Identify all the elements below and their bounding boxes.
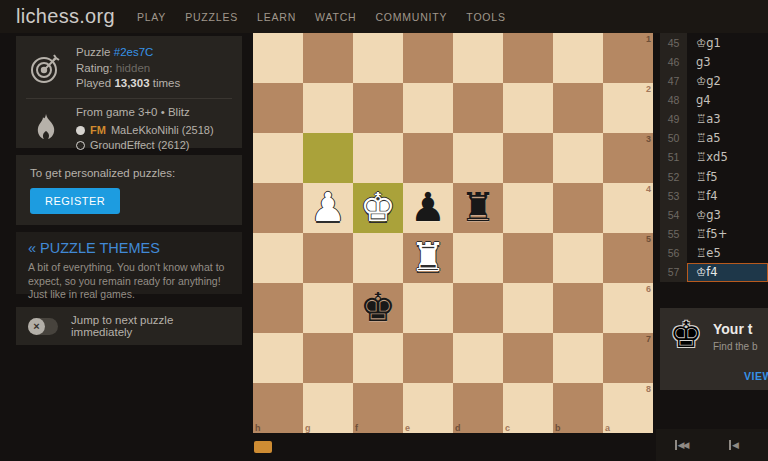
nav-item-puzzles[interactable]: PUZZLES	[185, 11, 238, 23]
register-prompt: To get personalized puzzles:	[30, 167, 228, 179]
nav-item-watch[interactable]: WATCH	[315, 11, 356, 23]
square-h2[interactable]	[253, 83, 303, 133]
square-f3[interactable]	[353, 133, 403, 183]
top-nav: lichess.org PLAYPUZZLESLEARNWATCHCOMMUNI…	[0, 0, 768, 33]
rank-label: 5	[646, 234, 651, 244]
rating-value: hidden	[116, 62, 151, 74]
puzzle-id-link[interactable]: #2es7C	[114, 46, 154, 58]
move-number: 50	[660, 129, 687, 148]
source-game-meta: From game 3+0 • Blitz FMMaLeKkoNihli (25…	[76, 105, 214, 154]
nav-item-tools[interactable]: TOOLS	[466, 11, 505, 23]
white-rook[interactable]: ♜	[403, 231, 453, 281]
lichess-logo[interactable]: lichess.org	[16, 5, 115, 28]
square-f1[interactable]	[353, 33, 403, 83]
square-f8[interactable]: f	[353, 383, 403, 433]
move-san[interactable]: g4	[687, 90, 768, 109]
register-button[interactable]: REGISTER	[30, 188, 120, 214]
move-number: 57	[660, 263, 687, 282]
jump-toggle-panel: × Jump to next puzzle immediately	[16, 307, 242, 345]
square-a5[interactable]: 5	[603, 233, 653, 283]
square-c8[interactable]: c	[503, 383, 553, 433]
puzzle-meta: Puzzle #2es7C Rating: hidden Played 13,3…	[76, 45, 180, 92]
move-row[interactable]: 56♖e5	[660, 244, 768, 263]
square-b7[interactable]	[553, 333, 603, 383]
square-d3[interactable]	[453, 133, 503, 183]
square-g5[interactable]	[303, 233, 353, 283]
square-d2[interactable]	[453, 83, 503, 133]
square-f7[interactable]	[353, 333, 403, 383]
square-g4[interactable]: ♟	[303, 183, 353, 233]
rank-label: 7	[646, 334, 651, 344]
square-c7[interactable]	[503, 333, 553, 383]
move-row[interactable]: 53♖f4	[660, 186, 768, 205]
move-san[interactable]: ♖a3	[687, 110, 768, 129]
first-move-button[interactable]: ◀◀	[656, 440, 708, 450]
move-san[interactable]: ♔g3	[687, 205, 768, 224]
nav-item-play[interactable]: PLAY	[137, 11, 166, 23]
square-h4[interactable]	[253, 183, 303, 233]
file-label: c	[505, 423, 510, 433]
square-d1[interactable]	[453, 33, 503, 83]
square-a2[interactable]: 2	[603, 83, 653, 133]
square-c2[interactable]	[503, 83, 553, 133]
square-a7[interactable]: 7	[603, 333, 653, 383]
move-san[interactable]: ♖xd5	[687, 148, 768, 167]
puzzle-themes-link[interactable]: « PUZZLE THEMES	[28, 240, 230, 256]
rank-label: 2	[646, 84, 651, 94]
file-label: f	[355, 423, 358, 433]
square-g1[interactable]	[303, 33, 353, 83]
square-e5[interactable]: ♜	[403, 233, 453, 283]
square-a1[interactable]: 1	[603, 33, 653, 83]
square-a3[interactable]: 3	[603, 133, 653, 183]
move-san[interactable]: ♔g1	[687, 33, 768, 52]
nav-item-community[interactable]: COMMUNITY	[375, 11, 447, 23]
move-san[interactable]: ♖f5	[687, 167, 768, 186]
previous-move-button[interactable]: ◀	[708, 440, 760, 450]
square-g2[interactable]	[303, 83, 353, 133]
square-c5[interactable]	[503, 233, 553, 283]
move-row[interactable]: 54♔g3	[660, 205, 768, 224]
jump-toggle-switch[interactable]: ×	[28, 318, 58, 335]
player-line[interactable]: GroundEffect (2612)	[76, 138, 214, 153]
square-a4[interactable]: 4	[603, 183, 653, 233]
themes-description: A bit of everything. You don't know what…	[28, 261, 230, 302]
player-line[interactable]: FMMaLeKkoNihli (2518)	[76, 123, 214, 138]
replay-controls: ◀◀ ◀	[656, 429, 768, 461]
rank-label: 8	[646, 384, 651, 394]
move-row[interactable]: 55♖f5+	[660, 224, 768, 243]
white-pawn[interactable]: ♟	[303, 181, 353, 231]
square-d7[interactable]	[453, 333, 503, 383]
file-label: a	[605, 423, 610, 433]
move-number: 56	[660, 244, 687, 263]
square-g7[interactable]	[303, 333, 353, 383]
move-san[interactable]: ♔f4	[687, 263, 768, 282]
rank-label: 1	[646, 34, 651, 44]
puzzle-info-row: Puzzle #2es7C Rating: hidden Played 13,3…	[26, 45, 232, 92]
square-d4[interactable]: ♜	[453, 183, 503, 233]
panel-divider	[26, 98, 232, 99]
square-b1[interactable]	[553, 33, 603, 83]
played-count: 13,303	[114, 77, 149, 89]
square-h1[interactable]	[253, 33, 303, 83]
square-e4[interactable]: ♟	[403, 183, 453, 233]
nav-menu: PLAYPUZZLESLEARNWATCHCOMMUNITYTOOLS	[137, 11, 506, 23]
move-number: 55	[660, 224, 687, 243]
player-name: GroundEffect (2612)	[90, 138, 189, 153]
move-number: 49	[660, 110, 687, 129]
square-f2[interactable]	[353, 83, 403, 133]
move-row[interactable]: 47♔g2	[660, 71, 768, 90]
jump-toggle-label: Jump to next puzzle immediately	[71, 314, 230, 338]
rating-label: Rating:	[76, 62, 112, 74]
register-panel: To get personalized puzzles: REGISTER	[16, 155, 242, 225]
square-e8[interactable]: e	[403, 383, 453, 433]
move-san[interactable]: ♖a5	[687, 129, 768, 148]
move-san[interactable]: ♖f4	[687, 186, 768, 205]
your-turn-title: Your t	[713, 321, 752, 337]
move-number: 48	[660, 90, 687, 109]
square-b5[interactable]	[553, 233, 603, 283]
rank-label: 4	[646, 184, 651, 194]
move-number: 54	[660, 205, 687, 224]
square-h7[interactable]	[253, 333, 303, 383]
square-f4[interactable]: ♚	[353, 183, 403, 233]
puzzle-label: Puzzle	[76, 46, 111, 58]
square-b2[interactable]	[553, 83, 603, 133]
square-a8[interactable]: a8	[603, 383, 653, 433]
black-pawn[interactable]: ♟	[403, 181, 453, 231]
nav-item-learn[interactable]: LEARN	[257, 11, 296, 23]
square-f5[interactable]	[353, 233, 403, 283]
move-number: 47	[660, 71, 687, 90]
square-a6[interactable]: 6	[603, 283, 653, 333]
view-solution-link[interactable]: VIEW	[744, 370, 768, 382]
square-d5[interactable]	[453, 233, 503, 283]
move-san[interactable]: g3	[687, 52, 768, 71]
move-san[interactable]: ♖e5	[687, 244, 768, 263]
move-number: 53	[660, 186, 687, 205]
file-label: g	[305, 423, 311, 433]
black-player-icon	[76, 141, 85, 150]
move-number: 46	[660, 52, 687, 71]
move-row[interactable]: 46g3	[660, 52, 768, 71]
move-number: 52	[660, 167, 687, 186]
played-suffix: times	[153, 77, 180, 89]
square-b4[interactable]	[553, 183, 603, 233]
file-label: e	[405, 423, 410, 433]
square-h8[interactable]: h	[253, 383, 303, 433]
file-label: d	[455, 423, 461, 433]
square-h3[interactable]	[253, 133, 303, 183]
player-title: FM	[90, 123, 106, 138]
square-e1[interactable]	[403, 33, 453, 83]
target-icon	[26, 51, 66, 85]
file-label: h	[255, 423, 261, 433]
square-f6[interactable]: ♚	[353, 283, 403, 333]
square-g6[interactable]	[303, 283, 353, 333]
move-row[interactable]: 52♖f5	[660, 167, 768, 186]
square-b8[interactable]: b	[553, 383, 603, 433]
square-e2[interactable]	[403, 83, 453, 133]
square-h5[interactable]	[253, 233, 303, 283]
source-game-line[interactable]: From game 3+0 • Blitz	[76, 105, 214, 121]
square-g3[interactable]	[303, 133, 353, 183]
square-c6[interactable]	[503, 283, 553, 333]
square-b6[interactable]	[553, 283, 603, 333]
players-list: FMMaLeKkoNihli (2518)GroundEffect (2612)	[76, 123, 214, 153]
move-row[interactable]: 49♖a3	[660, 110, 768, 129]
player-name: MaLeKkoNihli (2518)	[111, 123, 214, 138]
played-label: Played	[76, 77, 111, 89]
square-c1[interactable]	[503, 33, 553, 83]
rank-label: 6	[646, 284, 651, 294]
square-h6[interactable]	[253, 283, 303, 333]
move-san[interactable]: ♖f5+	[687, 224, 768, 243]
white-king[interactable]: ♚	[353, 181, 403, 231]
square-e3[interactable]	[403, 133, 453, 183]
your-turn-panel: ♚ Your t Find the b VIEW	[660, 308, 768, 390]
black-rook[interactable]: ♜	[453, 181, 503, 231]
themes-panel: « PUZZLE THEMES A bit of everything. You…	[16, 232, 242, 294]
move-row[interactable]: 48g4	[660, 90, 768, 109]
blitz-flame-icon	[26, 113, 66, 145]
square-c4[interactable]	[503, 183, 553, 233]
puzzle-info-panel: Puzzle #2es7C Rating: hidden Played 13,3…	[16, 36, 242, 148]
black-king[interactable]: ♚	[353, 281, 403, 331]
rank-label: 3	[646, 134, 651, 144]
move-row[interactable]: 50♖a5	[660, 129, 768, 148]
move-row-current[interactable]: 57♔f4	[660, 263, 768, 282]
toggle-knob-icon: ×	[28, 318, 45, 335]
white-player-icon	[76, 126, 85, 135]
move-row[interactable]: 51♖xd5	[660, 148, 768, 167]
square-d6[interactable]	[453, 283, 503, 333]
square-e6[interactable]	[403, 283, 453, 333]
file-label: b	[555, 423, 561, 433]
move-list: 45♔g146g347♔g248g449♖a350♖a551♖xd552♖f55…	[660, 33, 768, 282]
square-d8[interactable]: d	[453, 383, 503, 433]
move-san[interactable]: ♔g2	[687, 71, 768, 90]
square-c3[interactable]	[503, 133, 553, 183]
move-number: 45	[660, 33, 687, 52]
black-king-icon: ♚	[670, 317, 702, 353]
progress-chip[interactable]	[254, 441, 272, 453]
square-g8[interactable]: g	[303, 383, 353, 433]
move-row[interactable]: 45♔g1	[660, 33, 768, 52]
square-b3[interactable]	[553, 133, 603, 183]
square-e7[interactable]	[403, 333, 453, 383]
chess-board[interactable]: 123♟♚♟♜4♜5♚67hgfedcba8	[253, 33, 653, 433]
move-number: 51	[660, 148, 687, 167]
your-turn-subtitle: Find the b	[713, 341, 757, 352]
source-game-row: From game 3+0 • Blitz FMMaLeKkoNihli (25…	[26, 105, 232, 154]
